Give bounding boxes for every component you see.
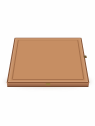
chess-board — [7, 38, 90, 83]
board-squares — [13, 40, 83, 79]
product-photo — [0, 0, 95, 126]
hinge-latch-icon — [84, 56, 87, 58]
board-front-edge — [7, 82, 89, 87]
clasp-icon — [46, 83, 50, 85]
scene — [11, 21, 85, 95]
